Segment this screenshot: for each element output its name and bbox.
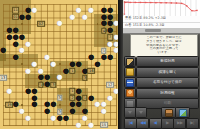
white-stone[interactable]: ● — [69, 14, 75, 21]
floppy-icon-button[interactable] — [124, 77, 136, 88]
comment-line-4: います。 — [133, 51, 196, 55]
black-stone[interactable]: ● — [75, 61, 81, 68]
move-number-label: 02 — [37, 21, 45, 27]
white-stone[interactable]: ● — [19, 47, 25, 54]
white-stone[interactable]: ● — [25, 115, 31, 122]
black-stone[interactable]: ● — [107, 27, 113, 34]
black-stone[interactable]: ● — [50, 101, 56, 108]
nav-forward-button[interactable]: ▶ — [161, 118, 174, 129]
move-number-label: 13 — [0, 75, 7, 81]
floppy-icon — [126, 79, 134, 87]
tool-image-button[interactable] — [175, 107, 190, 118]
white-stone[interactable]: ● — [6, 88, 12, 95]
button-row-2: 名前を付けて保存 — [123, 77, 200, 86]
board-icon — [126, 58, 134, 66]
nav-forward-fast-button[interactable]: ▶▶ — [173, 118, 186, 129]
white-stone[interactable]: ● — [88, 122, 94, 129]
white-stone[interactable]: ● — [101, 108, 107, 115]
black-stone[interactable]: ● — [25, 14, 31, 21]
folder-icon-button[interactable] — [124, 67, 136, 78]
white-stone[interactable]: ● — [75, 122, 81, 129]
white-stone[interactable]: ● — [88, 7, 94, 14]
star-point — [59, 63, 61, 65]
white-stone[interactable]: ● — [57, 20, 63, 27]
go-app-window: ●●●●●●●●●●●●●●●●●●●●●●●●●●●●●●●●●●●●●●●●… — [0, 0, 200, 129]
black-stone[interactable]: ● — [0, 47, 6, 54]
black-stone[interactable]: ● — [63, 115, 69, 122]
move-number-label: 1 — [70, 68, 75, 74]
side-panel: 100 0 黒番 152手 89.2% +2.3目白番 151手 10.8% -… — [123, 0, 200, 129]
white-stone[interactable]: ● — [75, 7, 81, 14]
nav-back-fast-button[interactable]: ◀◀ — [136, 118, 149, 129]
dropdown-button[interactable] — [135, 107, 147, 118]
move-number-label: 12 — [106, 81, 114, 87]
button-row-1: 棋譜を開く — [123, 67, 200, 76]
button-board[interactable]: 新規対局 — [136, 56, 199, 67]
move-number-label: 3 — [57, 108, 62, 114]
camera-icon — [165, 109, 173, 117]
move-number-label: 3 — [82, 75, 87, 81]
navigation-row: |◀◀◀◀▶▶▶▶| — [123, 118, 200, 127]
button-row-4: 印刷 — [123, 98, 200, 107]
move-number-label: 1 — [70, 88, 75, 94]
black-stone[interactable]: ● — [31, 101, 37, 108]
button-floppy[interactable]: 名前を付けて保存 — [136, 77, 199, 88]
slider-thumb[interactable] — [145, 29, 161, 32]
nav-last-button[interactable]: ▶| — [186, 118, 199, 129]
move-number-label: 3 — [57, 95, 62, 101]
go-board[interactable]: ●●●●●●●●●●●●●●●●●●●●●●●●●●●●●●●●●●●●●●●●… — [0, 0, 118, 129]
winrate-line — [123, 0, 200, 16]
button-row-3: 対局情報 — [123, 88, 200, 97]
black-stone[interactable]: ● — [88, 95, 94, 102]
move-number-label: 15 — [100, 122, 108, 128]
move-number-label: 3 — [51, 81, 56, 87]
move-number-label: 11 — [12, 7, 20, 13]
dropdown-arrow-icon — [139, 111, 143, 114]
move-number-label: 19 — [5, 102, 13, 108]
move-number-label: 4 — [101, 27, 106, 33]
white-stone[interactable]: ● — [82, 14, 88, 21]
button-person[interactable]: 対局情報 — [136, 88, 199, 99]
black-stone[interactable]: ● — [75, 101, 81, 108]
move-number-label: 2 — [70, 95, 75, 101]
move-number-label: 01 — [12, 14, 20, 20]
dropdown-arrow-icon — [128, 111, 132, 114]
white-stone[interactable]: ● — [44, 54, 50, 61]
black-stone[interactable]: ● — [12, 41, 18, 48]
star-point — [21, 104, 23, 106]
move-number-label: 16 — [87, 68, 95, 74]
tool-camera-button[interactable] — [161, 107, 176, 118]
white-stone[interactable]: ● — [31, 61, 37, 68]
move-number-label: 1 — [82, 95, 87, 101]
star-point — [59, 104, 61, 106]
person-icon — [126, 89, 134, 97]
black-stone[interactable]: ● — [107, 54, 113, 61]
chart-ytick-100: 100 — [124, 0, 129, 4]
star-point — [21, 23, 23, 25]
white-stone[interactable]: ● — [25, 41, 31, 48]
nav-first-button[interactable]: |◀ — [124, 118, 137, 129]
white-stone[interactable]: ● — [25, 68, 31, 75]
white-stone[interactable]: ● — [50, 61, 56, 68]
button-folder[interactable]: 棋譜を開く — [136, 67, 199, 78]
black-stone[interactable]: ● — [44, 108, 50, 115]
white-stone[interactable]: ● — [107, 95, 113, 102]
white-stone[interactable]: ● — [31, 7, 37, 14]
tool-row — [123, 107, 200, 116]
image-icon — [179, 109, 187, 117]
person-icon-button[interactable] — [124, 88, 136, 99]
black-stone[interactable]: ● — [94, 61, 100, 68]
stat-row-0: 黒番 152手 89.2% +2.3目 — [123, 16, 200, 23]
nav-back-button[interactable]: ◀ — [149, 118, 162, 129]
white-stone[interactable]: ● — [57, 74, 63, 81]
star-point — [21, 63, 23, 65]
move-number-label: 1 — [38, 81, 43, 87]
board-icon-button[interactable] — [124, 56, 136, 67]
button-row-0: 新規対局 — [123, 56, 200, 65]
black-stone[interactable]: ● — [44, 81, 50, 88]
folder-icon — [126, 68, 134, 76]
move-number-label: 1 — [101, 48, 106, 54]
black-stone[interactable]: ● — [12, 54, 18, 61]
black-stone[interactable]: ● — [88, 54, 94, 61]
winrate-chart: 100 0 — [123, 0, 200, 17]
black-stone[interactable]: ● — [69, 108, 75, 115]
move-number-label: 7 — [107, 34, 112, 40]
black-stone[interactable]: ● — [12, 101, 18, 108]
